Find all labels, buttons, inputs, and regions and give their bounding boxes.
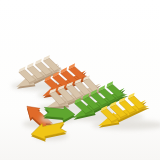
product-photo [0, 0, 160, 160]
game-pieces-scene [0, 0, 160, 160]
